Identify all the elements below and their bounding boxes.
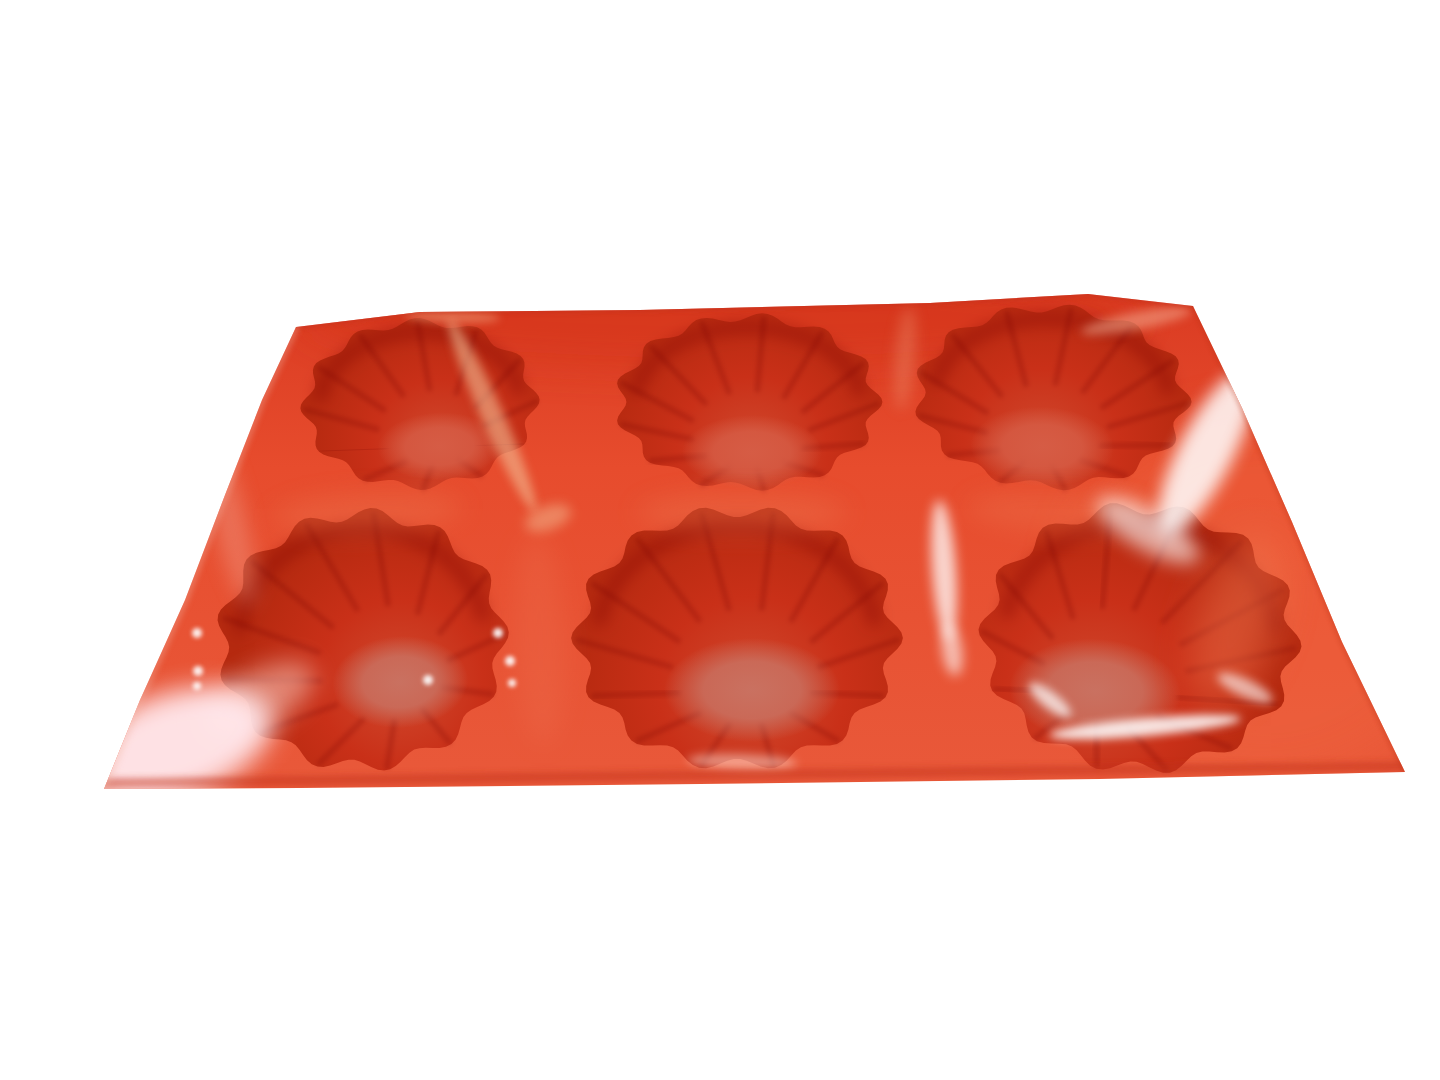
cavity-flute-ridge [323, 448, 385, 450]
highlight-saddle-mid [637, 492, 847, 532]
specular-dot [505, 656, 515, 666]
specular-dot [508, 679, 516, 687]
specular-dot [493, 628, 503, 638]
specular-dot [193, 666, 203, 676]
product-photo-stage [0, 0, 1440, 1080]
specular-dot [193, 682, 201, 690]
silicone-baking-mold-photo [0, 0, 1440, 1080]
cavity-floor-r2c2 [664, 638, 840, 742]
cavity-floor-r1c2 [682, 415, 822, 489]
specular-dot [192, 628, 202, 638]
specular-dot [423, 675, 433, 685]
